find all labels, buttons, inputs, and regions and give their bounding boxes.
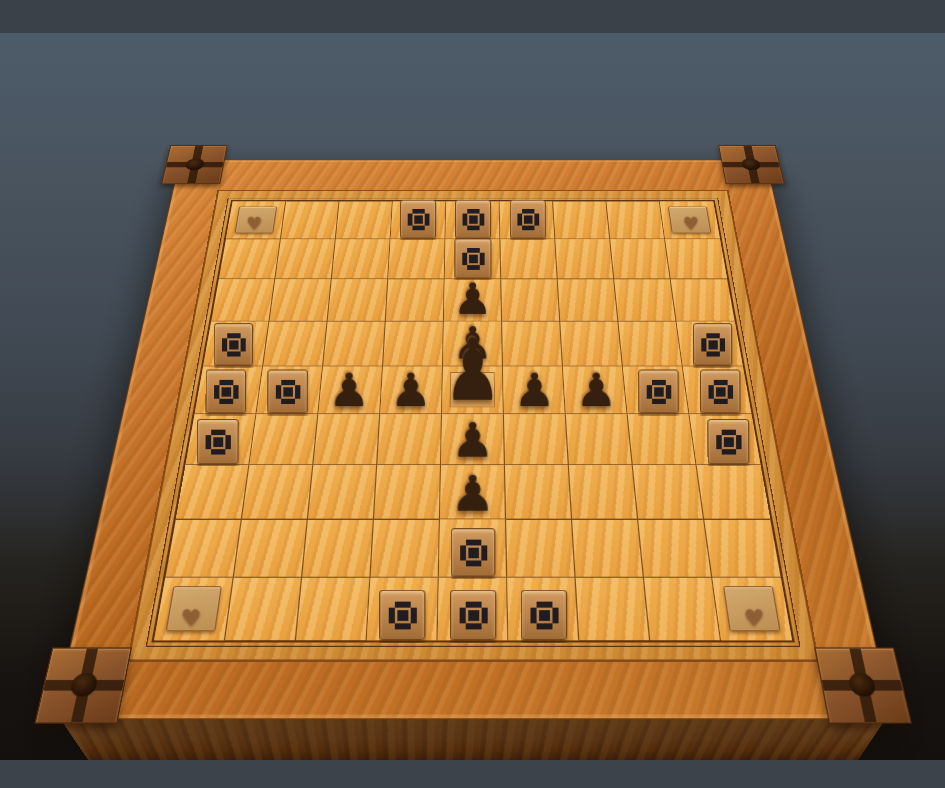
cell-e8[interactable] bbox=[438, 519, 506, 577]
attacker-block-face bbox=[449, 589, 495, 640]
defender-pawn[interactable]: ♟ bbox=[575, 367, 617, 413]
king-piece[interactable]: ♟ bbox=[433, 327, 511, 413]
cell-f7[interactable] bbox=[504, 465, 571, 519]
attacker-block[interactable] bbox=[454, 199, 490, 238]
attacker-block-face bbox=[213, 323, 252, 366]
cell-c3[interactable] bbox=[327, 279, 388, 321]
cell-h7[interactable] bbox=[632, 465, 703, 519]
frame-corner-block-cross-icon bbox=[814, 647, 912, 723]
cell-h4[interactable] bbox=[618, 321, 682, 366]
cell-f2[interactable] bbox=[500, 239, 557, 279]
cell-h9[interactable] bbox=[643, 577, 720, 639]
cell-i3[interactable] bbox=[670, 279, 734, 321]
pawn-glyph: ♟ bbox=[575, 367, 617, 413]
cell-a2[interactable] bbox=[218, 239, 280, 279]
attacker-block-face bbox=[454, 199, 490, 238]
cell-a1[interactable]: ♥ bbox=[225, 201, 285, 239]
cell-g2[interactable] bbox=[555, 239, 614, 279]
cell-g8[interactable] bbox=[572, 519, 644, 577]
corner-peg-tile: ♥ bbox=[234, 206, 277, 233]
cell-e3[interactable]: ♟ bbox=[443, 279, 501, 321]
cell-i2[interactable] bbox=[665, 239, 727, 279]
cell-d3[interactable] bbox=[385, 279, 444, 321]
shield-motif-icon bbox=[220, 332, 244, 355]
cell-i4[interactable] bbox=[676, 321, 742, 366]
frame-corner-block-cross-icon bbox=[34, 647, 132, 723]
cell-f8[interactable] bbox=[506, 519, 576, 577]
cell-e1[interactable] bbox=[445, 201, 500, 239]
cell-c5[interactable]: ♟ bbox=[318, 366, 383, 414]
cell-i6[interactable] bbox=[689, 414, 760, 465]
pawn-glyph: ♟ bbox=[389, 367, 431, 413]
attacker-block[interactable] bbox=[637, 369, 678, 413]
shield-motif-icon bbox=[274, 379, 299, 403]
shield-motif-icon bbox=[461, 247, 483, 269]
cell-i7[interactable] bbox=[696, 465, 770, 519]
pawn-glyph: ♟ bbox=[450, 416, 493, 464]
cell-e6[interactable]: ♟ bbox=[441, 414, 505, 465]
cell-a5[interactable] bbox=[194, 366, 263, 414]
attacker-block-face bbox=[637, 369, 678, 413]
cell-b6[interactable] bbox=[249, 414, 318, 465]
attacker-block-face bbox=[204, 369, 245, 413]
attacker-block-face bbox=[399, 199, 435, 238]
cell-f6[interactable] bbox=[503, 414, 568, 465]
cell-f9[interactable] bbox=[507, 577, 579, 639]
defender-pawn[interactable]: ♟ bbox=[513, 367, 555, 413]
shield-motif-icon bbox=[461, 208, 483, 229]
tafl-grid: ♥♥♟♟♟♟♟♟♟♟♟♥♥ bbox=[151, 200, 794, 642]
attacker-block-face bbox=[519, 589, 565, 640]
defender-pawn[interactable]: ♟ bbox=[450, 416, 493, 464]
frame-corner-block-cross-icon bbox=[161, 145, 227, 184]
cell-d1[interactable] bbox=[390, 201, 446, 239]
cell-h1[interactable] bbox=[606, 201, 665, 239]
defender-pawn[interactable]: ♟ bbox=[449, 469, 494, 518]
pawn-glyph: ♟ bbox=[452, 277, 492, 320]
shield-motif-icon bbox=[715, 429, 740, 454]
shield-motif-icon bbox=[707, 379, 732, 403]
shield-motif-icon bbox=[406, 208, 428, 229]
cell-c1[interactable] bbox=[335, 201, 392, 239]
cell-i5[interactable] bbox=[682, 366, 751, 414]
cell-b8[interactable] bbox=[233, 519, 307, 577]
defender-pawn[interactable]: ♟ bbox=[389, 367, 431, 413]
cell-c4[interactable] bbox=[323, 321, 386, 366]
shield-motif-icon bbox=[516, 208, 538, 229]
attacker-block[interactable] bbox=[196, 418, 238, 463]
cell-i8[interactable] bbox=[704, 519, 780, 577]
cell-d9[interactable] bbox=[366, 577, 438, 639]
cell-b9[interactable] bbox=[224, 577, 301, 639]
cell-c7[interactable] bbox=[307, 465, 376, 519]
cell-i1[interactable]: ♥ bbox=[659, 201, 719, 239]
cell-f1[interactable] bbox=[499, 201, 555, 239]
attacker-block[interactable] bbox=[519, 589, 565, 640]
letterbox-bottom bbox=[0, 760, 945, 788]
attacker-block[interactable] bbox=[449, 589, 495, 640]
cell-g5[interactable]: ♟ bbox=[562, 366, 627, 414]
defender-pawn[interactable]: ♟ bbox=[327, 367, 369, 413]
cell-a3[interactable] bbox=[211, 279, 275, 321]
attacker-block-face bbox=[450, 527, 495, 576]
board-front-side bbox=[59, 718, 885, 761]
shield-motif-icon bbox=[645, 379, 670, 403]
attacker-block[interactable] bbox=[450, 527, 495, 576]
cell-a7[interactable] bbox=[175, 465, 249, 519]
attacker-block[interactable] bbox=[213, 323, 252, 366]
cell-g9[interactable] bbox=[575, 577, 650, 639]
cell-e5[interactable]: ♟ bbox=[442, 366, 504, 414]
pawn-glyph: ♟ bbox=[327, 367, 369, 413]
photo-stage: ♥♥♟♟♟♟♟♟♟♟♟♥♥ bbox=[0, 0, 945, 788]
shield-motif-icon bbox=[212, 379, 237, 403]
attacker-block[interactable] bbox=[204, 369, 245, 413]
attacker-block-face bbox=[509, 199, 545, 238]
cell-h2[interactable] bbox=[610, 239, 670, 279]
pawn-glyph: ♟ bbox=[449, 469, 494, 518]
shield-motif-icon bbox=[529, 600, 557, 628]
attacker-block[interactable] bbox=[266, 369, 307, 413]
attacker-block[interactable] bbox=[692, 323, 731, 366]
cell-b1[interactable] bbox=[280, 201, 339, 239]
attacker-block-face bbox=[692, 323, 731, 366]
cell-f3[interactable] bbox=[501, 279, 560, 321]
shield-motif-icon bbox=[700, 332, 724, 355]
attacker-block[interactable] bbox=[399, 199, 435, 238]
perspective-scene: ♥♥♟♟♟♟♟♟♟♟♟♥♥ bbox=[0, 33, 945, 760]
cell-d6[interactable] bbox=[377, 414, 442, 465]
cell-h5[interactable] bbox=[622, 366, 689, 414]
cell-e7[interactable]: ♟ bbox=[439, 465, 505, 519]
cell-g6[interactable] bbox=[565, 414, 632, 465]
heart-peg-icon: ♥ bbox=[180, 605, 201, 630]
cell-c9[interactable] bbox=[295, 577, 370, 639]
frame-corner-block-cross-icon bbox=[718, 145, 784, 184]
board-rim: ♥♥♟♟♟♟♟♟♟♟♟♥♥ bbox=[126, 189, 818, 661]
cell-h8[interactable] bbox=[638, 519, 712, 577]
heart-peg-icon: ♥ bbox=[683, 213, 699, 232]
pawn-glyph: ♟ bbox=[513, 367, 555, 413]
cell-a6[interactable] bbox=[185, 414, 256, 465]
cell-g3[interactable] bbox=[557, 279, 618, 321]
cell-g4[interactable] bbox=[560, 321, 623, 366]
attacker-block-face bbox=[196, 418, 238, 463]
cell-h6[interactable] bbox=[627, 414, 696, 465]
attacker-block-face bbox=[454, 238, 491, 278]
defender-pawn[interactable]: ♟ bbox=[452, 277, 492, 320]
attacker-block-face bbox=[699, 369, 740, 413]
cell-c8[interactable] bbox=[302, 519, 374, 577]
cell-e9[interactable] bbox=[437, 577, 508, 639]
corner-peg-tile: ♥ bbox=[165, 586, 221, 631]
attacker-block-face bbox=[707, 418, 749, 463]
cell-d7[interactable] bbox=[373, 465, 440, 519]
cell-c2[interactable] bbox=[331, 239, 390, 279]
cell-a8[interactable] bbox=[165, 519, 241, 577]
attacker-block-face bbox=[378, 589, 424, 640]
cell-b7[interactable] bbox=[241, 465, 312, 519]
cell-c6[interactable] bbox=[313, 414, 380, 465]
shield-motif-icon bbox=[458, 538, 485, 565]
cell-d8[interactable] bbox=[370, 519, 440, 577]
attacker-block[interactable] bbox=[454, 238, 491, 278]
cell-d2[interactable] bbox=[388, 239, 445, 279]
attacker-block[interactable] bbox=[707, 418, 749, 463]
shield-motif-icon bbox=[387, 600, 415, 628]
attacker-block[interactable] bbox=[509, 199, 545, 238]
cell-a4[interactable] bbox=[203, 321, 269, 366]
cell-b3[interactable] bbox=[269, 279, 331, 321]
cell-g1[interactable] bbox=[553, 201, 610, 239]
heart-peg-icon: ♥ bbox=[744, 605, 765, 630]
cell-b2[interactable] bbox=[275, 239, 335, 279]
cell-i9[interactable]: ♥ bbox=[712, 577, 792, 639]
cell-b5[interactable] bbox=[256, 366, 323, 414]
heart-peg-icon: ♥ bbox=[246, 213, 262, 232]
corner-peg-tile: ♥ bbox=[722, 586, 780, 631]
king-glyph: ♟ bbox=[443, 327, 501, 413]
tafl-board: ♥♥♟♟♟♟♟♟♟♟♟♥♥ bbox=[53, 159, 893, 719]
cell-b4[interactable] bbox=[263, 321, 327, 366]
attacker-block[interactable] bbox=[378, 589, 424, 640]
attacker-block-face bbox=[266, 369, 307, 413]
letterbox-top bbox=[0, 0, 945, 33]
attacker-block[interactable] bbox=[699, 369, 740, 413]
corner-peg-tile: ♥ bbox=[667, 206, 710, 233]
cell-a9[interactable]: ♥ bbox=[154, 577, 234, 639]
shield-motif-icon bbox=[204, 429, 229, 454]
shield-motif-icon bbox=[458, 600, 486, 628]
cell-g7[interactable] bbox=[568, 465, 637, 519]
cell-h3[interactable] bbox=[614, 279, 676, 321]
